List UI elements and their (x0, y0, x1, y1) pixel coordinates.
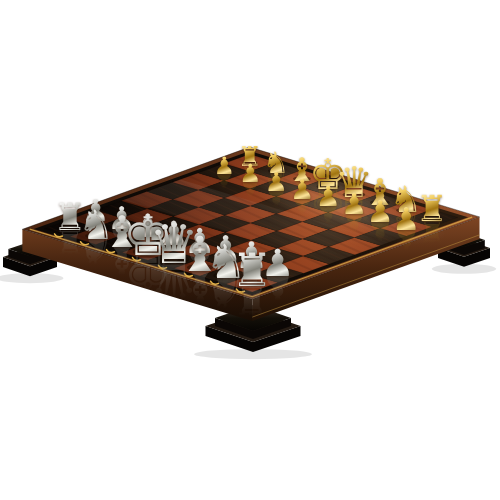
piece-gold-pawn-e7[interactable]: ♟ (316, 183, 341, 211)
chess-set-photo: ♜♞♟♝♟♚♟♛♟♝♟♞♟♜♟♟♟♟♜♟♞♟♝♟♚♟♛♟♝♟♞♜ ♜♞♟♝♟♚♟… (0, 0, 500, 500)
piece-gold-rook-h8[interactable]: ♜ (416, 191, 448, 227)
piece-silver-rook-h1[interactable]: ♜ (231, 247, 272, 293)
piece-gold-pawn-h7[interactable]: ♟ (392, 204, 420, 236)
piece-gold-pawn-d7[interactable]: ♟ (290, 176, 314, 203)
piece-gold-pawn-f7[interactable]: ♟ (341, 190, 367, 219)
chess-pieces: ♜♞♟♝♟♚♟♛♟♝♟♞♟♜♟♟♟♟♜♟♞♟♝♟♚♟♛♟♝♟♞♜ (0, 0, 500, 500)
piece-gold-pawn-c7[interactable]: ♟ (264, 169, 287, 195)
piece-gold-pawn-b7[interactable]: ♟ (239, 161, 262, 186)
piece-gold-pawn-a7[interactable]: ♟ (213, 154, 235, 178)
piece-gold-pawn-g7[interactable]: ♟ (367, 197, 394, 228)
